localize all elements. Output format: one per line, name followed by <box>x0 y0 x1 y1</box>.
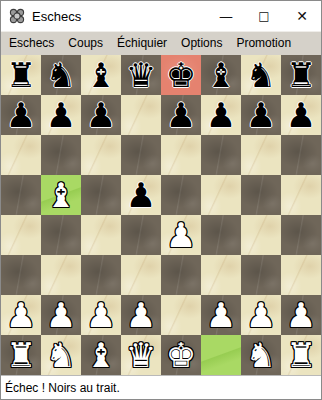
square-b2[interactable]: ♟ <box>41 295 81 335</box>
square-f6[interactable] <box>201 135 241 175</box>
piece-black-bishop: ♝ <box>201 55 241 95</box>
square-g1[interactable]: ♞ <box>241 335 281 375</box>
square-c4[interactable] <box>81 215 121 255</box>
square-a4[interactable] <box>1 215 41 255</box>
maximize-button[interactable]: □ <box>245 1 283 31</box>
square-d4[interactable] <box>121 215 161 255</box>
square-h5[interactable] <box>281 175 321 215</box>
piece-black-pawn: ♟ <box>161 95 201 135</box>
square-e4[interactable]: ♟ <box>161 215 201 255</box>
piece-black-pawn: ♟ <box>1 95 41 135</box>
title-bar: Eschecs — □ ✕ <box>1 1 321 31</box>
square-e1[interactable]: ♚ <box>161 335 201 375</box>
square-d5[interactable]: ♟ <box>121 175 161 215</box>
square-a5[interactable] <box>1 175 41 215</box>
close-button[interactable]: ✕ <box>283 1 321 31</box>
square-c1[interactable]: ♝ <box>81 335 121 375</box>
piece-white-pawn: ♟ <box>121 295 161 335</box>
app-icon <box>9 8 25 24</box>
square-g7[interactable]: ♟ <box>241 95 281 135</box>
square-h7[interactable]: ♟ <box>281 95 321 135</box>
menu-item-promotion[interactable]: Promotion <box>229 31 298 55</box>
square-b5[interactable]: ♝ <box>41 175 81 215</box>
square-f1[interactable] <box>201 335 241 375</box>
square-b6[interactable] <box>41 135 81 175</box>
square-b7[interactable]: ♟ <box>41 95 81 135</box>
window-controls: — □ ✕ <box>207 1 321 31</box>
square-a6[interactable] <box>1 135 41 175</box>
square-f5[interactable] <box>201 175 241 215</box>
square-h4[interactable] <box>281 215 321 255</box>
square-f7[interactable]: ♟ <box>201 95 241 135</box>
piece-black-knight: ♞ <box>41 55 81 95</box>
piece-black-knight: ♞ <box>241 55 281 95</box>
piece-black-pawn: ♟ <box>81 95 121 135</box>
square-b3[interactable] <box>41 255 81 295</box>
piece-black-pawn: ♟ <box>41 95 81 135</box>
square-e8[interactable]: ♚ <box>161 55 201 95</box>
menu-bar: Eschecs Coups Échiquier Options Promotio… <box>1 31 321 55</box>
piece-black-king: ♚ <box>161 55 201 95</box>
square-f3[interactable] <box>201 255 241 295</box>
menu-item-options[interactable]: Options <box>174 31 229 55</box>
piece-black-bishop: ♝ <box>81 55 121 95</box>
square-d1[interactable]: ♛ <box>121 335 161 375</box>
piece-black-pawn: ♟ <box>121 175 161 215</box>
square-c3[interactable] <box>81 255 121 295</box>
square-e6[interactable] <box>161 135 201 175</box>
piece-white-pawn: ♟ <box>81 295 121 335</box>
square-h2[interactable]: ♟ <box>281 295 321 335</box>
square-d2[interactable]: ♟ <box>121 295 161 335</box>
square-e2[interactable] <box>161 295 201 335</box>
piece-white-pawn: ♟ <box>1 295 41 335</box>
piece-white-pawn: ♟ <box>281 295 321 335</box>
square-g3[interactable] <box>241 255 281 295</box>
piece-black-rook: ♜ <box>1 55 41 95</box>
square-b1[interactable]: ♞ <box>41 335 81 375</box>
square-h6[interactable] <box>281 135 321 175</box>
square-h3[interactable] <box>281 255 321 295</box>
square-a1[interactable]: ♜ <box>1 335 41 375</box>
piece-white-knight: ♞ <box>41 335 81 375</box>
square-g2[interactable]: ♟ <box>241 295 281 335</box>
piece-white-bishop: ♝ <box>41 175 81 215</box>
piece-white-pawn: ♟ <box>241 295 281 335</box>
square-a2[interactable]: ♟ <box>1 295 41 335</box>
window-title: Eschecs <box>32 9 81 24</box>
square-f2[interactable]: ♟ <box>201 295 241 335</box>
square-d6[interactable] <box>121 135 161 175</box>
menu-item-coups[interactable]: Coups <box>61 31 110 55</box>
square-d8[interactable]: ♛ <box>121 55 161 95</box>
piece-black-pawn: ♟ <box>241 95 281 135</box>
app-window: Eschecs — □ ✕ Eschecs Coups Échiquier Op… <box>0 0 322 400</box>
menu-item-eschecs[interactable]: Eschecs <box>2 31 61 55</box>
square-g8[interactable]: ♞ <box>241 55 281 95</box>
square-f8[interactable]: ♝ <box>201 55 241 95</box>
square-f4[interactable] <box>201 215 241 255</box>
minimize-button[interactable]: — <box>207 1 245 31</box>
piece-black-pawn: ♟ <box>281 95 321 135</box>
square-g4[interactable] <box>241 215 281 255</box>
chess-board: ♜♞♝♛♚♝♞♜♟♟♟♟♟♟♟♝♟♟♟♟♟♟♟♟♟♜♞♝♛♚♞♜ <box>1 55 321 375</box>
square-c8[interactable]: ♝ <box>81 55 121 95</box>
menu-item-echiquier[interactable]: Échiquier <box>110 31 174 55</box>
square-e3[interactable] <box>161 255 201 295</box>
piece-white-king: ♚ <box>161 335 201 375</box>
status-text: Échec ! Noirs au trait. <box>5 381 120 395</box>
square-c7[interactable]: ♟ <box>81 95 121 135</box>
square-d7[interactable] <box>121 95 161 135</box>
square-h8[interactable]: ♜ <box>281 55 321 95</box>
piece-white-rook: ♜ <box>1 335 41 375</box>
square-g6[interactable] <box>241 135 281 175</box>
square-e7[interactable]: ♟ <box>161 95 201 135</box>
square-c2[interactable]: ♟ <box>81 295 121 335</box>
piece-black-rook: ♜ <box>281 55 321 95</box>
square-a3[interactable] <box>1 255 41 295</box>
piece-white-pawn: ♟ <box>201 295 241 335</box>
piece-white-pawn: ♟ <box>161 215 201 255</box>
square-c5[interactable] <box>81 175 121 215</box>
square-a7[interactable]: ♟ <box>1 95 41 135</box>
piece-white-queen: ♛ <box>121 335 161 375</box>
piece-white-rook: ♜ <box>281 335 321 375</box>
square-d3[interactable] <box>121 255 161 295</box>
piece-white-pawn: ♟ <box>41 295 81 335</box>
piece-white-bishop: ♝ <box>81 335 121 375</box>
square-a8[interactable]: ♜ <box>1 55 41 95</box>
piece-white-knight: ♞ <box>241 335 281 375</box>
square-h1[interactable]: ♜ <box>281 335 321 375</box>
square-c6[interactable] <box>81 135 121 175</box>
square-b4[interactable] <box>41 215 81 255</box>
square-e5[interactable] <box>161 175 201 215</box>
piece-black-queen: ♛ <box>121 55 161 95</box>
square-b8[interactable]: ♞ <box>41 55 81 95</box>
square-g5[interactable] <box>241 175 281 215</box>
piece-black-pawn: ♟ <box>201 95 241 135</box>
status-bar: Échec ! Noirs au trait. <box>1 375 321 399</box>
